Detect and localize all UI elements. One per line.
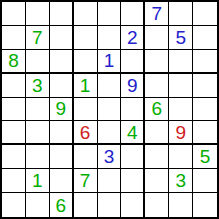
cell-r7c9[interactable]: 5 bbox=[193, 145, 217, 169]
cell-r3c3[interactable] bbox=[50, 50, 74, 74]
cell-r9c9[interactable] bbox=[193, 193, 217, 217]
sudoku-board: 77258131996649351736 bbox=[0, 0, 219, 219]
cell-r1c8[interactable] bbox=[169, 2, 193, 26]
cell-r5c1[interactable] bbox=[2, 98, 26, 122]
cell-r7c7[interactable] bbox=[145, 145, 169, 169]
cell-r2c6[interactable]: 2 bbox=[121, 26, 145, 50]
cell-r6c7[interactable] bbox=[145, 121, 169, 145]
cell-r1c4[interactable] bbox=[74, 2, 98, 26]
cell-r2c5[interactable] bbox=[98, 26, 122, 50]
cell-r2c2[interactable]: 7 bbox=[26, 26, 50, 50]
cell-r3c9[interactable] bbox=[193, 50, 217, 74]
cell-r6c2[interactable] bbox=[26, 121, 50, 145]
cell-r9c6[interactable] bbox=[121, 193, 145, 217]
cell-r1c2[interactable] bbox=[26, 2, 50, 26]
cell-r7c5[interactable]: 3 bbox=[98, 145, 122, 169]
cell-r7c3[interactable] bbox=[50, 145, 74, 169]
cell-r7c1[interactable] bbox=[2, 145, 26, 169]
cell-r5c2[interactable] bbox=[26, 98, 50, 122]
cell-r1c5[interactable] bbox=[98, 2, 122, 26]
cell-r9c7[interactable] bbox=[145, 193, 169, 217]
cell-r6c8[interactable]: 9 bbox=[169, 121, 193, 145]
cell-r4c7[interactable] bbox=[145, 74, 169, 98]
cell-r4c3[interactable] bbox=[50, 74, 74, 98]
cell-r4c8[interactable] bbox=[169, 74, 193, 98]
cell-r3c4[interactable] bbox=[74, 50, 98, 74]
cell-r8c2[interactable]: 1 bbox=[26, 169, 50, 193]
cell-r8c5[interactable] bbox=[98, 169, 122, 193]
cell-r4c6[interactable]: 9 bbox=[121, 74, 145, 98]
cell-r4c5[interactable] bbox=[98, 74, 122, 98]
cell-r6c5[interactable] bbox=[98, 121, 122, 145]
cell-r8c8[interactable]: 3 bbox=[169, 169, 193, 193]
cell-r6c9[interactable] bbox=[193, 121, 217, 145]
cell-r2c1[interactable] bbox=[2, 26, 26, 50]
cell-r1c1[interactable] bbox=[2, 2, 26, 26]
cell-r2c7[interactable] bbox=[145, 26, 169, 50]
cell-r6c4[interactable]: 6 bbox=[74, 121, 98, 145]
cell-r8c3[interactable] bbox=[50, 169, 74, 193]
cell-r8c6[interactable] bbox=[121, 169, 145, 193]
cell-r7c8[interactable] bbox=[169, 145, 193, 169]
cell-r1c9[interactable] bbox=[193, 2, 217, 26]
cell-r2c4[interactable] bbox=[74, 26, 98, 50]
cell-r5c3[interactable]: 9 bbox=[50, 98, 74, 122]
cell-r5c7[interactable]: 6 bbox=[145, 98, 169, 122]
cell-r3c1[interactable]: 8 bbox=[2, 50, 26, 74]
cell-r9c1[interactable] bbox=[2, 193, 26, 217]
cell-r4c2[interactable]: 3 bbox=[26, 74, 50, 98]
cell-r5c9[interactable] bbox=[193, 98, 217, 122]
cell-r6c6[interactable]: 4 bbox=[121, 121, 145, 145]
cell-r9c4[interactable] bbox=[74, 193, 98, 217]
cell-r1c7[interactable]: 7 bbox=[145, 2, 169, 26]
cell-r8c4[interactable]: 7 bbox=[74, 169, 98, 193]
cell-r3c2[interactable] bbox=[26, 50, 50, 74]
cell-r5c6[interactable] bbox=[121, 98, 145, 122]
cell-r8c9[interactable] bbox=[193, 169, 217, 193]
cell-r4c9[interactable] bbox=[193, 74, 217, 98]
cell-r9c2[interactable] bbox=[26, 193, 50, 217]
cell-r9c8[interactable] bbox=[169, 193, 193, 217]
cell-r8c7[interactable] bbox=[145, 169, 169, 193]
cell-r3c8[interactable] bbox=[169, 50, 193, 74]
cell-r1c6[interactable] bbox=[121, 2, 145, 26]
cell-r5c8[interactable] bbox=[169, 98, 193, 122]
cell-r2c8[interactable]: 5 bbox=[169, 26, 193, 50]
cell-r5c5[interactable] bbox=[98, 98, 122, 122]
cell-r4c1[interactable] bbox=[2, 74, 26, 98]
cell-r7c6[interactable] bbox=[121, 145, 145, 169]
cell-r9c3[interactable]: 6 bbox=[50, 193, 74, 217]
cell-r3c5[interactable]: 1 bbox=[98, 50, 122, 74]
cell-r6c1[interactable] bbox=[2, 121, 26, 145]
cell-r3c7[interactable] bbox=[145, 50, 169, 74]
cell-r3c6[interactable] bbox=[121, 50, 145, 74]
cell-r5c4[interactable] bbox=[74, 98, 98, 122]
cell-r7c4[interactable] bbox=[74, 145, 98, 169]
cell-r7c2[interactable] bbox=[26, 145, 50, 169]
cell-r9c5[interactable] bbox=[98, 193, 122, 217]
cell-r8c1[interactable] bbox=[2, 169, 26, 193]
cell-r2c3[interactable] bbox=[50, 26, 74, 50]
cell-r2c9[interactable] bbox=[193, 26, 217, 50]
cell-r6c3[interactable] bbox=[50, 121, 74, 145]
cell-r4c4[interactable]: 1 bbox=[74, 74, 98, 98]
cell-r1c3[interactable] bbox=[50, 2, 74, 26]
